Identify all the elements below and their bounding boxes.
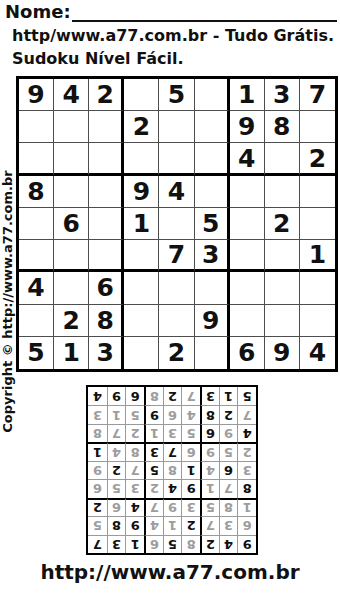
solution-cell-r1c1: 9 — [237, 535, 256, 553]
puzzle-cell-r9c8[interactable]: 9 — [265, 337, 300, 369]
solution-cell-r7c5: 3 — [163, 424, 182, 442]
solution-cell-r6c4: 6 — [181, 442, 200, 460]
puzzle-cell-r8c5[interactable] — [159, 305, 194, 337]
puzzle-cell-r9c1[interactable]: 5 — [19, 337, 54, 369]
solution-cell-r7c1: 4 — [237, 424, 256, 442]
solution-cell-r8c5: 6 — [163, 405, 182, 423]
puzzle-cell-r6c6[interactable]: 3 — [195, 240, 230, 272]
solution-cell-r9c3: 3 — [200, 387, 219, 405]
puzzle-cell-r4c7[interactable] — [230, 176, 265, 208]
solution-cell-r5c5: 8 — [163, 461, 182, 479]
solution-cell-r5c3: 4 — [200, 461, 219, 479]
puzzle-cell-r3c3[interactable] — [89, 143, 124, 175]
puzzle-cell-r6c1[interactable] — [19, 240, 54, 272]
solution-cell-r3c4: 3 — [181, 498, 200, 516]
puzzle-cell-r4c1[interactable]: 8 — [19, 176, 54, 208]
solution-cell-r5c6: 5 — [144, 461, 163, 479]
puzzle-cell-r6c7[interactable] — [230, 240, 265, 272]
solution-cell-r5c8: 2 — [107, 461, 126, 479]
puzzle-cell-r3c9[interactable]: 2 — [300, 143, 335, 175]
puzzle-cell-r8c9[interactable] — [300, 305, 335, 337]
solution-cell-r9c2: 1 — [219, 387, 238, 405]
name-label: Nome: — [5, 2, 71, 22]
solution-cell-r4c4: 9 — [181, 479, 200, 497]
solution-cell-r8c8: 1 — [107, 405, 126, 423]
puzzle-cell-r6c4[interactable] — [124, 240, 159, 272]
solution-cell-r9c8: 9 — [107, 387, 126, 405]
solution-cell-r9c1: 5 — [237, 387, 256, 405]
puzzle-cell-r7c8[interactable] — [265, 272, 300, 304]
solution-cell-r5c4: 1 — [181, 461, 200, 479]
puzzle-cell-r7c6[interactable] — [195, 272, 230, 304]
puzzle-cell-r2c6[interactable] — [195, 111, 230, 143]
puzzle-cell-r6c9[interactable]: 1 — [300, 240, 335, 272]
solution-cell-r1c6: 6 — [144, 535, 163, 553]
puzzle-cell-r2c9[interactable] — [300, 111, 335, 143]
puzzle-cell-r9c7[interactable]: 6 — [230, 337, 265, 369]
solution-cell-r6c5: 7 — [163, 442, 182, 460]
solution-cell-r3c1: 1 — [237, 498, 256, 516]
solution-cell-r7c7: 2 — [125, 424, 144, 442]
solution-cell-r3c9: 2 — [88, 498, 107, 516]
puzzle-cell-r4c3[interactable] — [89, 176, 124, 208]
solution-cell-r4c8: 5 — [107, 479, 126, 497]
solution-cell-r2c8: 8 — [107, 516, 126, 534]
puzzle-cell-r3c5[interactable] — [159, 143, 194, 175]
solution-cell-r5c9: 9 — [88, 461, 107, 479]
puzzle-cell-r3c4[interactable] — [124, 143, 159, 175]
puzzle-cell-r2c3[interactable] — [89, 111, 124, 143]
solution-cell-r9c4: 7 — [181, 387, 200, 405]
solution-cell-r6c7: 8 — [125, 442, 144, 460]
puzzle-cell-r1c9[interactable]: 7 — [300, 79, 335, 111]
puzzle-cell-r5c3[interactable] — [89, 208, 124, 240]
puzzle-level-title: Sudoku Nível Fácil. — [12, 49, 184, 68]
solution-cell-r7c6: 1 — [144, 424, 163, 442]
puzzle-cell-r6c2[interactable] — [54, 240, 89, 272]
puzzle-cell-r4c5[interactable]: 4 — [159, 176, 194, 208]
puzzle-cell-r6c8[interactable] — [265, 240, 300, 272]
puzzle-cell-r7c9[interactable] — [300, 272, 335, 304]
solution-cell-r2c9: 5 — [88, 516, 107, 534]
solution-cell-r2c5: 1 — [163, 516, 182, 534]
puzzle-cell-r1c2[interactable]: 4 — [54, 79, 89, 111]
puzzle-cell-r7c3[interactable]: 6 — [89, 272, 124, 304]
puzzle-cell-r1c5[interactable]: 5 — [159, 79, 194, 111]
puzzle-cell-r9c3[interactable]: 3 — [89, 337, 124, 369]
puzzle-cell-r7c1[interactable]: 4 — [19, 272, 54, 304]
solution-cell-r4c7: 3 — [125, 479, 144, 497]
puzzle-cell-r8c7[interactable] — [230, 305, 265, 337]
solution-cell-r1c9: 7 — [88, 535, 107, 553]
solution-cell-r8c3: 8 — [200, 405, 219, 423]
solution-cell-r4c3: 1 — [200, 479, 219, 497]
solution-cell-r3c3: 5 — [200, 498, 219, 516]
puzzle-cell-r3c6[interactable] — [195, 143, 230, 175]
puzzle-cell-r5c1[interactable] — [19, 208, 54, 240]
solution-cell-r1c7: 1 — [125, 535, 144, 553]
puzzle-cell-r4c8[interactable] — [265, 176, 300, 208]
solution-cell-r5c2: 6 — [219, 461, 238, 479]
puzzle-cell-r9c5[interactable]: 2 — [159, 337, 194, 369]
puzzle-cell-r1c8[interactable]: 3 — [265, 79, 300, 111]
name-underline-field[interactable] — [72, 3, 337, 22]
solution-cell-r8c4: 4 — [181, 405, 200, 423]
solution-cell-r1c4: 8 — [181, 535, 200, 553]
solution-cell-r9c6: 8 — [144, 387, 163, 405]
solution-cell-r8c6: 9 — [144, 405, 163, 423]
puzzle-cell-r1c4[interactable] — [124, 79, 159, 111]
solution-cell-r1c5: 5 — [163, 535, 182, 553]
puzzle-cell-r5c8[interactable]: 2 — [265, 208, 300, 240]
footer-url: http://www.a77.com.br — [0, 560, 340, 584]
puzzle-cell-r4c4[interactable]: 9 — [124, 176, 159, 208]
solution-cell-r8c1: 7 — [237, 405, 256, 423]
solution-cell-r7c8: 7 — [107, 424, 126, 442]
solution-cell-r1c3: 2 — [200, 535, 219, 553]
solution-cell-r2c1: 6 — [237, 516, 256, 534]
solution-cell-r3c8: 6 — [107, 498, 126, 516]
solution-cell-r2c2: 3 — [219, 516, 238, 534]
puzzle-cell-r3c7[interactable]: 4 — [230, 143, 265, 175]
solution-cell-r9c9: 4 — [88, 387, 107, 405]
solution-grid-rotated: 9428561376372149851853974628719423563641… — [86, 385, 258, 555]
puzzle-cell-r7c2[interactable] — [54, 272, 89, 304]
solution-cell-r9c5: 2 — [163, 387, 182, 405]
solution-cell-r9c7: 6 — [125, 387, 144, 405]
puzzle-cell-r2c5[interactable] — [159, 111, 194, 143]
puzzle-cell-r2c7[interactable]: 9 — [230, 111, 265, 143]
solution-cell-r8c7: 5 — [125, 405, 144, 423]
solution-cell-r4c2: 7 — [219, 479, 238, 497]
solution-cell-r4c5: 4 — [163, 479, 182, 497]
solution-cell-r2c3: 7 — [200, 516, 219, 534]
solution-cell-r6c9: 1 — [88, 442, 107, 460]
solution-cell-r3c5: 9 — [163, 498, 182, 516]
solution-cell-r5c1: 3 — [237, 461, 256, 479]
puzzle-cell-r5c7[interactable] — [230, 208, 265, 240]
name-row: Nome: — [5, 2, 337, 22]
puzzle-cell-r5c4[interactable]: 1 — [124, 208, 159, 240]
puzzle-cell-r4c6[interactable] — [195, 176, 230, 208]
solution-cell-r2c7: 9 — [125, 516, 144, 534]
puzzle-cell-r8c6[interactable]: 9 — [195, 305, 230, 337]
solution-cell-r8c2: 2 — [219, 405, 238, 423]
puzzle-cell-r2c8[interactable]: 8 — [265, 111, 300, 143]
puzzle-cell-r2c2[interactable] — [54, 111, 89, 143]
puzzle-cell-r6c5[interactable]: 7 — [159, 240, 194, 272]
puzzle-cell-r2c4[interactable]: 2 — [124, 111, 159, 143]
solution-cell-r3c7: 4 — [125, 498, 144, 516]
puzzle-cell-r2c1[interactable] — [19, 111, 54, 143]
solution-cell-r4c9: 6 — [88, 479, 107, 497]
puzzle-cell-r1c6[interactable] — [195, 79, 230, 111]
solution-cell-r2c4: 2 — [181, 516, 200, 534]
solution-cell-r7c2: 9 — [219, 424, 238, 442]
puzzle-cell-r8c3[interactable]: 8 — [89, 305, 124, 337]
solution-cell-r6c8: 4 — [107, 442, 126, 460]
solution-cell-r1c8: 3 — [107, 535, 126, 553]
puzzle-cell-r4c2[interactable] — [54, 176, 89, 208]
puzzle-cell-r9c2[interactable]: 1 — [54, 337, 89, 369]
solution-cell-r6c1: 2 — [237, 442, 256, 460]
solution-cell-r7c9: 8 — [88, 424, 107, 442]
puzzle-cell-r7c5[interactable] — [159, 272, 194, 304]
puzzle-cell-r3c1[interactable] — [19, 143, 54, 175]
puzzle-cell-r3c8[interactable] — [265, 143, 300, 175]
solution-cell-r6c3: 9 — [200, 442, 219, 460]
puzzle-cell-r9c4[interactable] — [124, 337, 159, 369]
solution-cell-r6c6: 3 — [144, 442, 163, 460]
site-tagline: http/www.a77.com.br - Tudo Grátis. — [12, 26, 334, 45]
puzzle-cell-r8c2[interactable]: 2 — [54, 305, 89, 337]
solution-cell-r7c4: 5 — [181, 424, 200, 442]
puzzle-cell-r7c4[interactable] — [124, 272, 159, 304]
puzzle-cell-r5c6[interactable]: 5 — [195, 208, 230, 240]
solution-cell-r4c6: 2 — [144, 479, 163, 497]
puzzle-cell-r5c5[interactable] — [159, 208, 194, 240]
puzzle-cell-r8c1[interactable] — [19, 305, 54, 337]
puzzle-cell-r6c3[interactable] — [89, 240, 124, 272]
solution-cell-r3c2: 8 — [219, 498, 238, 516]
solution-cell-r2c6: 4 — [144, 516, 163, 534]
puzzle-grid: 9425137298428946152731462895132694 — [16, 76, 338, 372]
solution-cell-r3c6: 7 — [144, 498, 163, 516]
puzzle-cell-r9c6[interactable] — [195, 337, 230, 369]
copyright-vertical-text: Copyright © http://www.a77.com.br — [0, 152, 15, 452]
solution-cell-r4c1: 8 — [237, 479, 256, 497]
puzzle-cell-r1c3[interactable]: 2 — [89, 79, 124, 111]
solution-cell-r6c2: 5 — [219, 442, 238, 460]
puzzle-cell-r1c7[interactable]: 1 — [230, 79, 265, 111]
puzzle-cell-r1c1[interactable]: 9 — [19, 79, 54, 111]
puzzle-cell-r7c7[interactable] — [230, 272, 265, 304]
solution-cell-r7c3: 6 — [200, 424, 219, 442]
puzzle-cell-r4c9[interactable] — [300, 176, 335, 208]
puzzle-cell-r5c2[interactable]: 6 — [54, 208, 89, 240]
sudoku-print-page: Nome: http/www.a77.com.br - Tudo Grátis.… — [0, 0, 340, 596]
solution-cell-r8c9: 3 — [88, 405, 107, 423]
puzzle-cell-r8c8[interactable] — [265, 305, 300, 337]
puzzle-cell-r3c2[interactable] — [54, 143, 89, 175]
puzzle-cell-r9c9[interactable]: 4 — [300, 337, 335, 369]
puzzle-cell-r5c9[interactable] — [300, 208, 335, 240]
solution-cell-r5c7: 7 — [125, 461, 144, 479]
puzzle-cell-r8c4[interactable] — [124, 305, 159, 337]
solution-cell-r1c2: 4 — [219, 535, 238, 553]
